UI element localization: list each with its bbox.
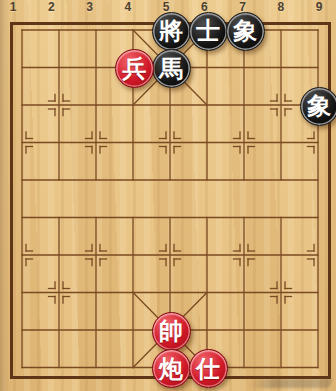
piece-black-elephant-1[interactable]: 象 [226, 12, 265, 51]
piece-red-advisor[interactable]: 仕 [189, 349, 228, 388]
piece-black-horse[interactable]: 馬 [152, 49, 191, 88]
piece-black-general[interactable]: 將 [152, 12, 191, 51]
watermark [247, 379, 333, 388]
piece-red-cannon[interactable]: 炮 [152, 349, 191, 388]
piece-red-pawn[interactable]: 兵 [115, 49, 154, 88]
piece-red-general[interactable]: 帥 [152, 312, 191, 351]
piece-black-elephant-2[interactable]: 象 [300, 87, 336, 126]
piece-black-advisor[interactable]: 士 [189, 12, 228, 51]
xiangqi-app: 123456789 將士象馬象兵帥炮仕 [0, 0, 336, 391]
